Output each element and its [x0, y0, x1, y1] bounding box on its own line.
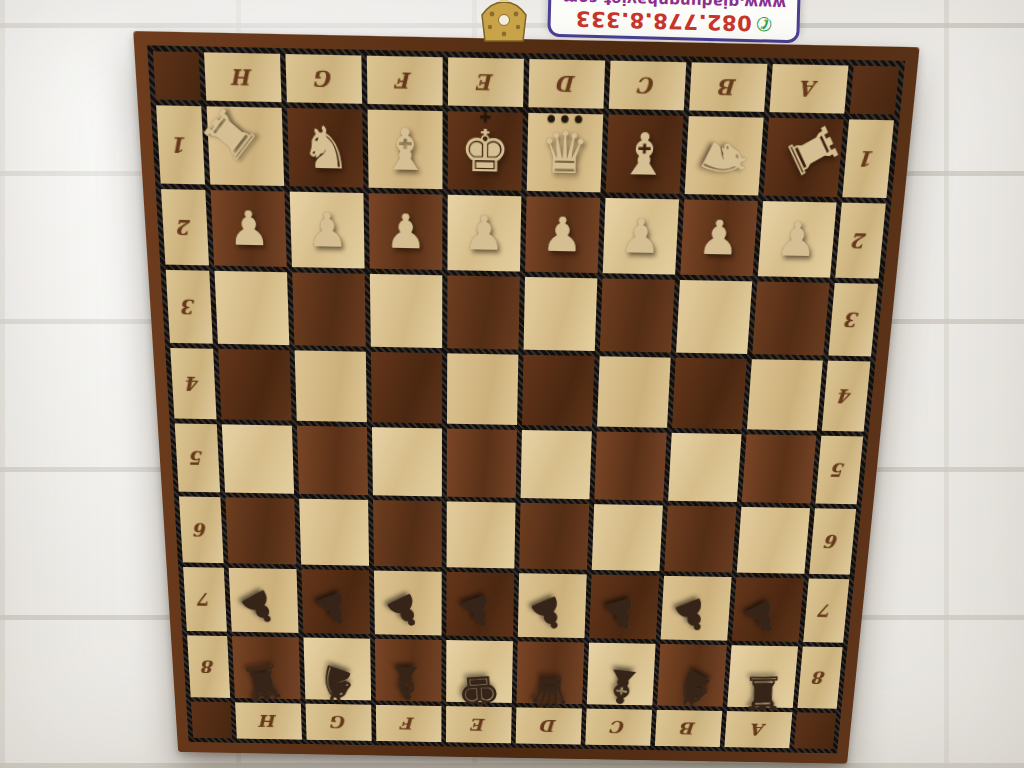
board-corner-bottom-right: [794, 712, 836, 749]
square-e7: ♟: [446, 572, 514, 637]
file-cell-bottom-C: C: [585, 709, 652, 746]
file-label-top-F: F: [398, 68, 413, 94]
file-label-bottom-D: D: [541, 716, 557, 735]
file-cell-bottom-B: B: [655, 710, 722, 747]
square-h4: [218, 349, 292, 421]
square-f7: ♟: [374, 571, 442, 636]
square-d8: ♛● ● ●: [516, 641, 584, 704]
square-a3: [752, 281, 829, 355]
rank-cell-left-3: 3: [166, 270, 213, 344]
rank-label-right-8: 8: [813, 668, 827, 688]
square-b4: [672, 358, 747, 430]
white-pawn-c2: ♟: [603, 198, 679, 275]
rank-cell-left-4: 4: [170, 348, 216, 419]
file-label-top-H: H: [233, 64, 253, 90]
square-b8: ♞: [657, 644, 727, 707]
rank-cell-left-2: 2: [161, 189, 209, 265]
square-d7: ♟: [518, 573, 587, 638]
rank-cell-left-5: 5: [175, 423, 220, 492]
square-h7: ♟: [229, 568, 299, 633]
rank-label-left-2: 2: [178, 216, 193, 240]
rank-cell-right-4: 4: [822, 361, 871, 432]
square-g4: [295, 350, 367, 422]
board-grid: HGFEDCBA1♜♞♝♚✚♛● ● ●♝♞♜12♟♟♟♟♟♟♟♟2334455…: [147, 45, 905, 753]
rank-cell-right-8: 8: [797, 646, 842, 708]
square-g2: ♟: [290, 192, 365, 269]
file-label-top-D: D: [557, 71, 575, 97]
chess-board: HGFEDCBA1♜♞♝♚✚♛● ● ●♝♞♜12♟♟♟♟♟♟♟♟2334455…: [133, 31, 919, 764]
white-pawn-b2: ♟: [680, 199, 758, 276]
board-frame: HGFEDCBA1♜♞♝♚✚♛● ● ●♝♞♜12♟♟♟♟♟♟♟♟2334455…: [133, 31, 919, 764]
rank-label-left-3: 3: [182, 295, 197, 318]
rank-label-right-5: 5: [832, 459, 847, 481]
square-h2: ♟: [211, 190, 287, 267]
square-c8: ♝: [587, 643, 656, 706]
square-e3: [447, 275, 520, 349]
file-label-top-B: B: [719, 74, 738, 100]
square-g3: [292, 272, 366, 346]
square-e4: [447, 353, 518, 425]
rank-label-right-3: 3: [845, 308, 861, 331]
square-e6: [447, 501, 516, 568]
white-pawn-d2: ♟: [525, 196, 600, 273]
phone-icon: ✆: [756, 13, 773, 33]
phone-number: 082.778.8.333: [575, 7, 752, 34]
square-a5: [742, 434, 817, 503]
rank-cell-right-1: 1: [842, 119, 894, 198]
rank-label-right-4: 4: [838, 385, 853, 407]
square-d3: [524, 277, 598, 351]
rank-cell-right-7: 7: [803, 578, 849, 642]
rank-label-left-6: 6: [194, 520, 208, 541]
square-h1: ♜: [207, 106, 285, 186]
square-f4: [371, 352, 442, 424]
square-c1: ♝: [606, 114, 684, 193]
square-c5: [594, 431, 666, 500]
square-e1: ♚✚: [448, 111, 523, 191]
square-a1: ♜: [763, 118, 843, 197]
square-c6: [592, 504, 663, 571]
file-cell-bottom-G: G: [305, 704, 371, 741]
board-corner-top-left: [153, 51, 201, 100]
rank-label-right-7: 7: [819, 601, 834, 621]
square-g8: ♞: [303, 637, 371, 700]
file-label-top-G: G: [315, 66, 333, 92]
board-corner-bottom-left: [191, 702, 232, 739]
file-cell-bottom-F: F: [376, 705, 442, 742]
square-b3: [676, 280, 752, 354]
square-d5: [521, 430, 592, 499]
file-cell-bottom-A: A: [724, 711, 792, 748]
rank-label-right-1: 1: [860, 147, 876, 172]
square-b1: ♞: [685, 116, 764, 195]
square-g1: ♞: [287, 108, 363, 188]
rank-label-left-4: 4: [186, 373, 201, 395]
file-cell-top-A: A: [769, 64, 848, 114]
darkish-cross-detail-icon: ✚: [479, 110, 491, 125]
square-b2: ♟: [680, 199, 758, 276]
file-label-bottom-G: G: [331, 713, 347, 732]
white-pawn-h2: ♟: [211, 190, 287, 267]
square-e8: ♚✚: [446, 640, 513, 703]
file-cell-top-E: E: [448, 57, 524, 107]
square-a8: ♜: [727, 645, 798, 708]
photo-scene: ✆ 082.778.8.333 www.giadungnhaviet.com H…: [0, 0, 1024, 768]
rank-label-right-2: 2: [852, 229, 868, 253]
file-label-bottom-C: C: [611, 718, 626, 737]
white-bishop-f1: ♝: [368, 110, 443, 190]
file-cell-top-G: G: [285, 54, 362, 104]
square-a7: ♟: [732, 577, 804, 642]
rank-cell-right-2: 2: [835, 203, 886, 279]
rank-label-right-6: 6: [825, 531, 840, 552]
square-h5: [222, 424, 294, 493]
file-label-bottom-B: B: [680, 719, 696, 738]
white-pawn-g2: ♟: [290, 192, 365, 269]
white-pawn-e2: ♟: [447, 195, 521, 272]
rank-label-left-5: 5: [190, 447, 204, 469]
white-king-e1: ♚✚: [448, 111, 523, 191]
rank-cell-right-6: 6: [809, 508, 856, 574]
rank-cell-left-8: 8: [187, 635, 230, 698]
square-h3: [214, 271, 289, 345]
square-b6: [664, 506, 736, 573]
file-label-top-E: E: [478, 70, 494, 96]
file-label-bottom-F: F: [402, 714, 415, 733]
store-sign: ✆ 082.778.8.333 www.giadungnhaviet.com: [547, 0, 800, 43]
file-label-top-A: A: [800, 76, 818, 102]
file-label-bottom-A: A: [751, 720, 766, 739]
square-a4: [747, 359, 823, 430]
square-d6: [519, 503, 589, 570]
square-c7: ♟: [589, 575, 659, 640]
gold-hanger-icon: [479, 0, 529, 42]
square-d4: [522, 355, 595, 427]
white-knight-g1: ♞: [287, 108, 363, 188]
square-g6: [299, 499, 369, 566]
square-f6: [373, 500, 442, 567]
white-pawn-a2: ♟: [758, 201, 837, 278]
rank-label-left-7: 7: [198, 589, 212, 609]
square-c4: [597, 356, 671, 428]
square-e5: [447, 429, 517, 498]
square-a6: [737, 507, 810, 574]
square-e2: ♟: [447, 195, 521, 272]
square-c3: [600, 278, 675, 352]
square-g7: ♟: [301, 569, 370, 634]
white-pawn-f2: ♟: [369, 193, 443, 270]
square-b5: [668, 433, 741, 502]
file-cell-top-B: B: [689, 62, 767, 112]
darkish-knobs-detail-icon: ● ● ●: [547, 113, 584, 124]
file-cell-top-C: C: [609, 61, 687, 111]
square-a2: ♟: [758, 201, 837, 278]
file-cell-bottom-D: D: [516, 707, 582, 744]
file-label-bottom-E: E: [472, 715, 486, 734]
rank-cell-left-6: 6: [179, 496, 224, 563]
square-f8: ♝: [375, 639, 442, 702]
square-h8: ♜: [232, 636, 301, 699]
file-cell-bottom-H: H: [235, 702, 302, 739]
rank-label-left-8: 8: [202, 657, 216, 677]
gold-hanger: [479, 0, 529, 42]
board-corner-top-right: [850, 66, 900, 115]
square-g5: [297, 426, 368, 495]
white-knight-b1: ♞: [675, 108, 776, 212]
square-f3: [370, 274, 442, 348]
square-f2: ♟: [369, 193, 443, 270]
file-cell-top-F: F: [367, 56, 443, 106]
file-cell-top-D: D: [528, 59, 605, 109]
square-c2: ♟: [603, 198, 679, 275]
square-d1: ♛● ● ●: [527, 113, 604, 192]
file-cell-bottom-E: E: [446, 706, 512, 743]
file-label-top-C: C: [639, 73, 656, 99]
square-f5: [372, 427, 442, 496]
rank-cell-right-5: 5: [815, 436, 863, 505]
rank-cell-right-3: 3: [828, 283, 878, 356]
square-h6: [225, 497, 296, 564]
white-bishop-c1: ♝: [606, 114, 684, 193]
square-d2: ♟: [525, 196, 600, 273]
white-queen-d1: ♛● ● ●: [527, 113, 604, 192]
file-label-bottom-H: H: [260, 711, 278, 730]
square-f1: ♝: [368, 110, 443, 190]
